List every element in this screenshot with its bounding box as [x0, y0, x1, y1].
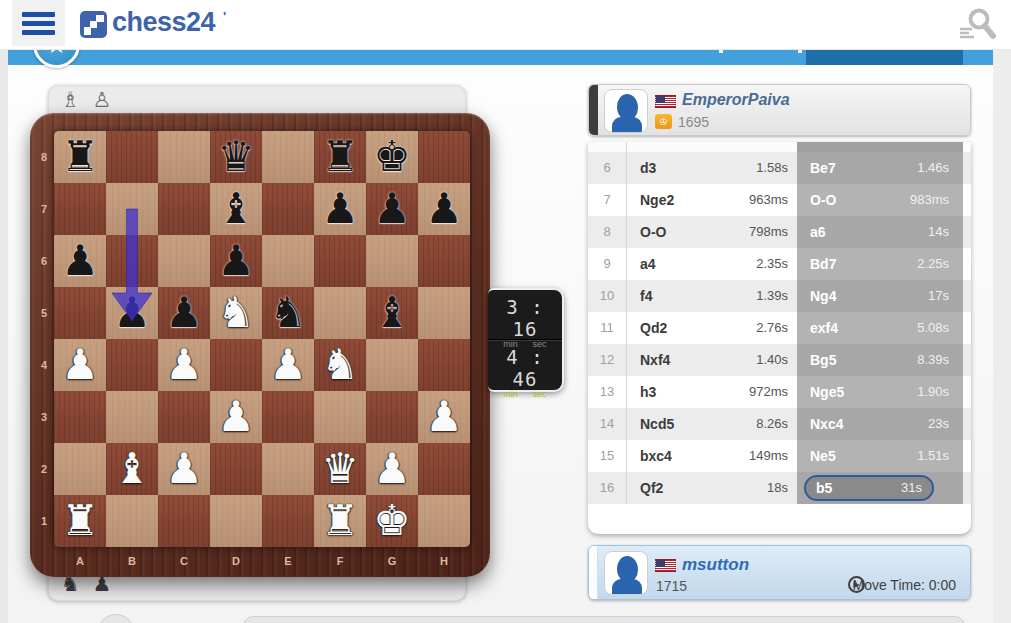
square-h8[interactable] [418, 131, 470, 183]
player-name-white[interactable]: msutton [682, 555, 749, 575]
square-g3[interactable] [366, 391, 418, 443]
white-move-time: 8.26s [756, 408, 788, 440]
white-pawn-g2[interactable]: ♟ [366, 443, 418, 495]
file-label-B: B [106, 549, 158, 573]
white-move-time: 798ms [749, 216, 788, 248]
black-bishop-g5[interactable]: ♝ [366, 287, 418, 339]
captured-white-pieces-tray: ♗ ♙ [61, 88, 114, 114]
white-pawn-h3[interactable]: ♟ [418, 391, 470, 443]
move-number: 13 [588, 376, 626, 408]
move-number: 9 [588, 248, 626, 280]
square-e3[interactable] [262, 391, 314, 443]
square-d3[interactable]: ♟ [210, 391, 262, 443]
square-d1[interactable] [210, 495, 262, 547]
move-number: 15 [588, 440, 626, 472]
square-a5[interactable] [54, 287, 106, 339]
move-number: 16 [588, 472, 626, 504]
rank-label-2: 2 [36, 443, 52, 495]
move-list-panel: 6d31.58sBe71.46s7Nge2963msO-O983ms8O-O79… [588, 142, 971, 534]
black-move-cell[interactable]: Bd72.25s [797, 248, 963, 280]
square-f8[interactable]: ♜ [314, 131, 366, 183]
black-move-time: 31s [901, 477, 922, 509]
square-d4[interactable] [210, 339, 262, 391]
white-pawn-c2[interactable]: ♟ [158, 443, 210, 495]
square-e8[interactable] [262, 131, 314, 183]
rank-label-1: 1 [36, 495, 52, 547]
black-move-cell[interactable]: Ne51.51s [797, 440, 963, 472]
move-number: 7 [588, 184, 626, 216]
white-bishop-b2[interactable]: ♝ [106, 443, 158, 495]
black-bishop-d7[interactable]: ♝ [210, 183, 262, 235]
black-move-time: 5.08s [917, 312, 949, 344]
chess24-game-page: ★ chess24 ' ♗ ♙ ♞ ♟ 87654321 AB [0, 0, 1011, 623]
nav-tab-glimpse [719, 50, 723, 53]
black-move[interactable]: b5 [816, 477, 832, 509]
square-c5[interactable]: ♟ [158, 287, 210, 339]
black-rook-a8[interactable]: ♜ [54, 131, 106, 183]
player-card-white[interactable]: msutton 1715 ▶ Move Time: 0:00 [588, 545, 971, 600]
square-g2[interactable]: ♟ [366, 443, 418, 495]
square-d6[interactable]: ♟ [210, 235, 262, 287]
us-flag-icon [655, 95, 676, 108]
move-row-6: 6d31.58sBe71.46s [588, 152, 971, 184]
black-knight-e5[interactable]: ♞ [262, 287, 314, 339]
black-pawn-d6[interactable]: ♟ [210, 235, 262, 287]
square-b8[interactable] [106, 131, 158, 183]
move-time-label: Move Time: 0:00 [853, 577, 957, 593]
rank-label-8: 8 [36, 131, 52, 183]
black-move[interactable]: a6 [810, 216, 826, 248]
black-pawn-g7[interactable]: ♟ [366, 183, 418, 235]
white-rook-f1[interactable]: ♜ [314, 495, 366, 547]
square-h5[interactable] [418, 287, 470, 339]
file-label-D: D [210, 549, 262, 573]
white-rook-a1[interactable]: ♜ [54, 495, 106, 547]
us-flag-icon [655, 559, 676, 572]
black-move-time: 1.51s [917, 440, 949, 472]
black-move-cell[interactable]: exf45.08s [797, 312, 963, 344]
square-b6[interactable] [106, 235, 158, 287]
white-move-time: 1.58s [756, 152, 788, 184]
square-e7[interactable] [262, 183, 314, 235]
black-move-time: 23s [928, 408, 949, 440]
square-f2[interactable]: ♛ [314, 443, 366, 495]
nav-tab-glimpse [798, 50, 802, 53]
white-move[interactable]: h3 [640, 376, 656, 408]
premium-crown-icon: ♔ [655, 114, 672, 129]
square-b2[interactable]: ♝ [106, 443, 158, 495]
file-label-G: G [366, 549, 418, 573]
rank-label-5: 5 [36, 287, 52, 339]
player-color-strip-black [589, 85, 598, 135]
top-bar: chess24 ' [0, 0, 1011, 50]
move-row-partial [588, 142, 971, 152]
square-e5[interactable]: ♞ [262, 287, 314, 339]
square-h7[interactable]: ♟ [418, 183, 470, 235]
square-e6[interactable] [262, 235, 314, 287]
square-b3[interactable] [106, 391, 158, 443]
black-move[interactable]: Bd7 [810, 248, 836, 280]
move-row-10: 10f41.39sNg417s [588, 280, 971, 312]
white-knight-d5[interactable]: ♞ [210, 287, 262, 339]
move-number: 11 [588, 312, 626, 344]
file-label-C: C [158, 549, 210, 573]
square-a6[interactable]: ♟ [54, 235, 106, 287]
white-pawn-c4[interactable]: ♟ [158, 339, 210, 391]
black-move[interactable]: Ne5 [810, 440, 836, 472]
rank-label-6: 6 [36, 235, 52, 287]
move-row-15: 15bxc4149msNe51.51s [588, 440, 971, 472]
move-row-9: 9a42.35sBd72.25s [588, 248, 971, 280]
move-row-12: 12Nxf41.40sBg58.39s [588, 344, 971, 376]
black-move-time: 2.25s [917, 248, 949, 280]
black-move-time: 17s [928, 280, 949, 312]
white-move-time: 1.40s [756, 344, 788, 376]
avatar [604, 551, 648, 595]
clock-black-time: 3 : 16 [488, 296, 562, 340]
square-c7[interactable] [158, 183, 210, 235]
black-move[interactable]: Be7 [810, 152, 836, 184]
square-b4[interactable] [106, 339, 158, 391]
black-pawn-h7[interactable]: ♟ [418, 183, 470, 235]
square-g8[interactable]: ♚ [366, 131, 418, 183]
menu-hamburger-icon[interactable] [12, 0, 65, 46]
white-move[interactable]: d3 [640, 152, 656, 184]
white-pawn-e4[interactable]: ♟ [262, 339, 314, 391]
avatar [604, 89, 648, 133]
player-card-black[interactable]: EmperorPaiva ♔ 1695 [588, 84, 971, 136]
black-pawn-a6[interactable]: ♟ [54, 235, 106, 287]
nav-active-tab[interactable] [806, 50, 963, 65]
square-d7[interactable]: ♝ [210, 183, 262, 235]
white-pawn-d3[interactable]: ♟ [210, 391, 262, 443]
clock-black: 3 : 16 minsec [488, 290, 562, 340]
white-move[interactable]: bxc4 [640, 440, 672, 472]
black-move-time: 8.39s [917, 344, 949, 376]
white-move[interactable]: Ncd5 [640, 408, 674, 440]
square-a8[interactable]: ♜ [54, 131, 106, 183]
black-move[interactable]: O-O [810, 184, 836, 216]
clock-white: 4 : 46 minsec [488, 340, 562, 390]
nav-bar [8, 50, 993, 65]
rank-label-3: 3 [36, 391, 52, 443]
square-c1[interactable] [158, 495, 210, 547]
white-move-time: 149ms [749, 440, 788, 472]
black-move-cell[interactable]: Nge51.90s [797, 376, 963, 408]
move-number: 8 [588, 216, 626, 248]
square-g5[interactable]: ♝ [366, 287, 418, 339]
square-b1[interactable] [106, 495, 158, 547]
square-a4[interactable]: ♟ [54, 339, 106, 391]
square-h1[interactable] [418, 495, 470, 547]
square-e4[interactable]: ♟ [262, 339, 314, 391]
rank-label-7: 7 [36, 183, 52, 235]
black-move-time: 1.46s [917, 152, 949, 184]
square-g1[interactable]: ♚ [366, 495, 418, 547]
square-a7[interactable] [54, 183, 106, 235]
black-pawn-f7[interactable]: ♟ [314, 183, 366, 235]
move-number: 6 [588, 152, 626, 184]
file-label-F: F [314, 549, 366, 573]
black-move-cell[interactable]: b531s [797, 472, 963, 504]
square-f6[interactable] [314, 235, 366, 287]
file-label-H: H [418, 549, 470, 573]
square-c6[interactable] [158, 235, 210, 287]
chess24-logo-text: chess24 [112, 7, 215, 38]
move-number: 12 [588, 344, 626, 376]
move-row-16: 16Qf218sb531s [588, 472, 971, 504]
square-f7[interactable]: ♟ [314, 183, 366, 235]
white-move[interactable]: Nge2 [640, 184, 674, 216]
white-move[interactable]: O-O [640, 216, 666, 248]
white-move[interactable]: f4 [640, 280, 652, 312]
square-f4[interactable]: ♞ [314, 339, 366, 391]
square-b7[interactable] [106, 183, 158, 235]
black-pawn-c5[interactable]: ♟ [158, 287, 210, 339]
white-knight-f4[interactable]: ♞ [314, 339, 366, 391]
square-a3[interactable] [54, 391, 106, 443]
game-clock: 3 : 16 minsec 4 : 46 minsec [488, 288, 564, 392]
move-row-14: 14Ncd58.26sNxc423s [588, 408, 971, 440]
rank-label-4: 4 [36, 339, 52, 391]
black-move[interactable]: Bg5 [810, 344, 836, 376]
white-queen-f2[interactable]: ♛ [314, 443, 366, 495]
black-move-cell[interactable]: Bg58.39s [797, 344, 963, 376]
black-move-time: 14s [928, 216, 949, 248]
chess-board: 87654321 ABCDEFGH ♜♛♜♚♝♟♟♟♟♟♟♟♞♞♝♟♟♟♞♟♟♝… [30, 113, 490, 577]
black-pawn-b5[interactable]: ♟ [106, 287, 158, 339]
black-move-cell[interactable]: a614s [797, 216, 963, 248]
white-move[interactable]: Qf2 [640, 472, 663, 504]
player-color-strip-white [589, 546, 598, 599]
square-h3[interactable]: ♟ [418, 391, 470, 443]
black-move-time: 983ms [910, 184, 949, 216]
move-number: 14 [588, 408, 626, 440]
square-a2[interactable] [54, 443, 106, 495]
right-gutter [993, 50, 1011, 623]
white-move-time: 18s [767, 472, 788, 504]
square-f5[interactable] [314, 287, 366, 339]
black-king-g8[interactable]: ♚ [366, 131, 418, 183]
black-move-cell[interactable]: Ng417s [797, 280, 963, 312]
square-g4[interactable] [366, 339, 418, 391]
square-d2[interactable] [210, 443, 262, 495]
file-label-A: A [54, 549, 106, 573]
move-row-7: 7Nge2963msO-O983ms [588, 184, 971, 216]
black-move-cell[interactable]: O-O983ms [797, 184, 963, 216]
black-move[interactable]: Ng4 [810, 280, 836, 312]
player-rating-black: 1695 [678, 114, 709, 130]
square-e1[interactable] [262, 495, 314, 547]
black-queen-d8[interactable]: ♛ [210, 131, 262, 183]
black-move-cell[interactable]: Nxc423s [797, 408, 963, 440]
move-row-8: 8O-O798msa614s [588, 216, 971, 248]
move-row-11: 11Qd22.76sexf45.08s [588, 312, 971, 344]
white-move-time: 1.39s [756, 280, 788, 312]
white-move[interactable]: Qd2 [640, 312, 667, 344]
clock-white-time: 4 : 46 [488, 346, 562, 390]
current-move-highlight[interactable]: b531s [804, 475, 934, 501]
square-e2[interactable] [262, 443, 314, 495]
white-move-time: 2.76s [756, 312, 788, 344]
file-label-E: E [262, 549, 314, 573]
square-c4[interactable]: ♟ [158, 339, 210, 391]
black-move[interactable]: exf4 [810, 312, 838, 344]
white-move-time: 972ms [749, 376, 788, 408]
move-row-13: 13h3972msNge51.90s [588, 376, 971, 408]
black-move[interactable]: Nxc4 [810, 408, 843, 440]
square-g7[interactable]: ♟ [366, 183, 418, 235]
square-h2[interactable] [418, 443, 470, 495]
square-c3[interactable] [158, 391, 210, 443]
game-controls-bar-peek[interactable] [243, 616, 965, 623]
square-h4[interactable] [418, 339, 470, 391]
white-move-time: 963ms [749, 184, 788, 216]
black-move-cell[interactable]: Be71.46s [797, 152, 963, 184]
white-move[interactable]: Nxf4 [640, 344, 670, 376]
board-squares: ♜♛♜♚♝♟♟♟♟♟♟♟♞♞♝♟♟♟♞♟♟♝♟♛♟♜♜♚ [54, 131, 470, 547]
white-move-time: 2.35s [756, 248, 788, 280]
white-move[interactable]: a4 [640, 248, 656, 280]
black-move[interactable]: Nge5 [810, 376, 844, 408]
square-g6[interactable] [366, 235, 418, 287]
white-king-g1[interactable]: ♚ [366, 495, 418, 547]
square-h6[interactable] [418, 235, 470, 287]
move-number: 10 [588, 280, 626, 312]
square-c8[interactable] [158, 131, 210, 183]
black-move-time: 1.90s [917, 376, 949, 408]
black-rook-f8[interactable]: ♜ [314, 131, 366, 183]
player-name-black[interactable]: EmperorPaiva [682, 91, 790, 109]
square-f1[interactable]: ♜ [314, 495, 366, 547]
square-b5[interactable]: ♟ [106, 287, 158, 339]
square-f3[interactable] [314, 391, 366, 443]
square-d5[interactable]: ♞ [210, 287, 262, 339]
square-d8[interactable]: ♛ [210, 131, 262, 183]
player-rating-white: 1715 [656, 578, 687, 594]
white-pawn-a4[interactable]: ♟ [54, 339, 106, 391]
move-number-divider [626, 142, 627, 504]
chess24-logo-icon [80, 11, 107, 38]
logo-trademark: ' [223, 9, 226, 24]
search-icon[interactable] [955, 6, 997, 44]
square-a1[interactable]: ♜ [54, 495, 106, 547]
square-c2[interactable]: ♟ [158, 443, 210, 495]
